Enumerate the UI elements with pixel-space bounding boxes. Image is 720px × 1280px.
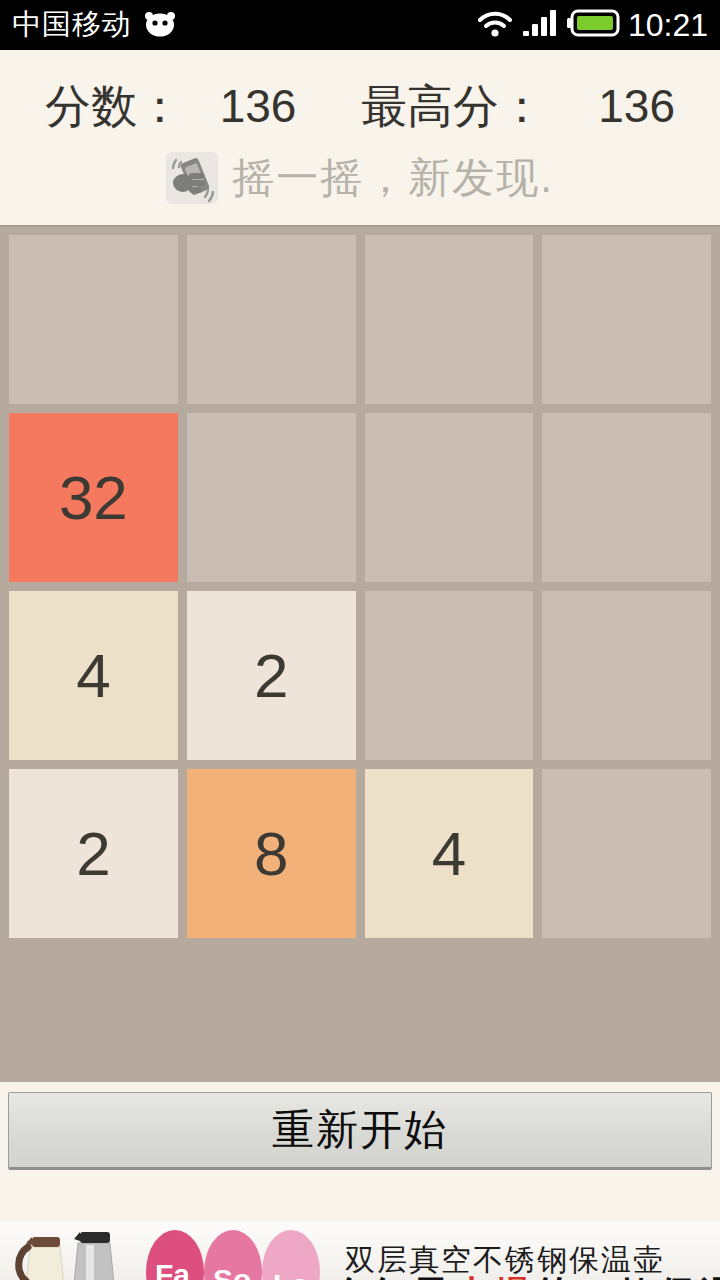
bottom-area: 重新开始 [0,1092,720,1232]
tile-8: 8 [187,769,356,938]
tile-2: 2 [187,591,356,760]
tile-2: 2 [9,769,178,938]
app-screen: 中国移动 [0,0,720,1280]
brand-text-so: So [213,1263,251,1280]
empty-cell [542,591,711,760]
restart-button[interactable]: 重新开始 [8,1092,712,1170]
clock-label: 10:21 [628,7,708,44]
empty-cell [187,235,356,404]
ad-subline: 今年最火爆的一款保温壶 [330,1270,720,1280]
empty-cell [542,769,711,938]
empty-cell [542,413,711,582]
empty-cell [365,235,534,404]
best-score-label: 最高分： [361,76,545,138]
empty-cell [365,591,534,760]
wifi-icon [476,7,514,43]
android-robot-icon [142,7,178,43]
empty-cell [365,413,534,582]
board-grid: 3242284 [9,235,711,938]
tile-4: 4 [365,769,534,938]
signal-strength-icon [522,7,558,43]
shake-phone-icon [166,152,218,204]
carrier-label: 中国移动 [12,5,132,45]
tile-32: 32 [9,413,178,582]
tile-4: 4 [9,591,178,760]
empty-cell [542,235,711,404]
score-header: 分数： 136 最高分： 136 [0,50,720,225]
status-bar: 中国移动 [0,0,720,50]
game-board[interactable]: 3242284 [0,225,720,1082]
thermos-flasks-image [8,1225,132,1280]
score-label: 分数： [45,76,183,138]
score-row: 分数： 136 最高分： 136 [0,50,720,138]
score-value: 136 [183,79,333,133]
shake-hint-text: 摇一摇，新发现. [232,150,554,206]
best-score-value: 136 [545,79,675,133]
brand-text-fa: Fa [155,1258,190,1280]
empty-cell [9,235,178,404]
empty-cell [187,413,356,582]
brand-text-la: La [273,1268,308,1280]
shake-hint-row: 摇一摇，新发现. [0,150,720,206]
ad-banner[interactable]: Fa So La 双层真空不锈钢保温壶 今年最火爆的一款保温壶 [0,1222,720,1280]
battery-icon [566,7,620,43]
